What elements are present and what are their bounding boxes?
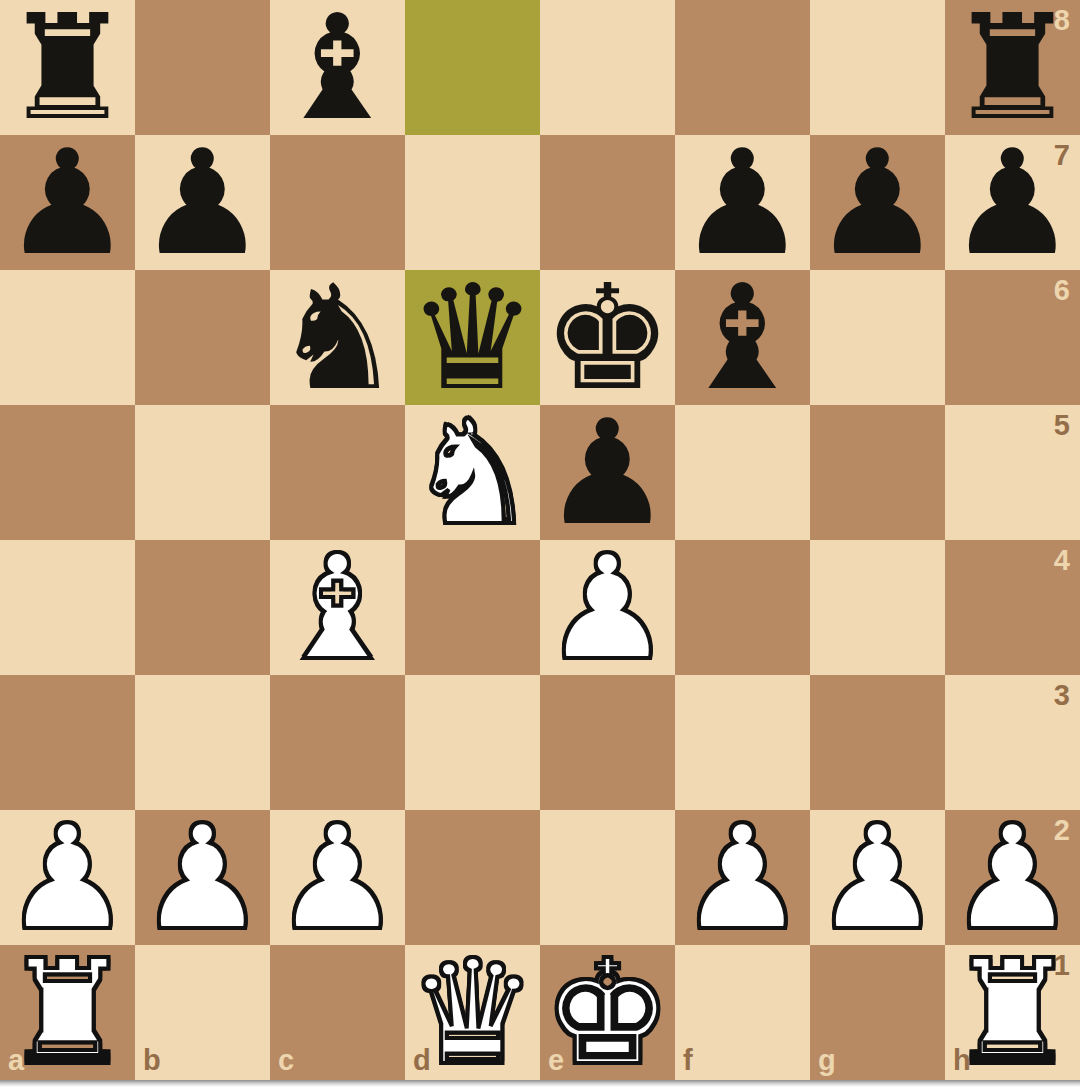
square-h4[interactable]: 4 (945, 540, 1080, 675)
square-e2[interactable] (540, 810, 675, 945)
square-g2[interactable]: ♟ (810, 810, 945, 945)
file-label-f: f (683, 1046, 693, 1075)
piece-white-bishop[interactable]: ♝ (273, 540, 403, 675)
square-h3[interactable]: 3 (945, 675, 1080, 810)
square-c7[interactable] (270, 135, 405, 270)
square-c3[interactable] (270, 675, 405, 810)
rank-label-5: 5 (1054, 411, 1070, 440)
square-f8[interactable] (675, 0, 810, 135)
piece-black-pawn[interactable]: ♟ (678, 135, 808, 270)
piece-black-knight[interactable]: ♞ (273, 270, 403, 405)
square-c6[interactable]: ♞ (270, 270, 405, 405)
square-g8[interactable] (810, 0, 945, 135)
piece-black-pawn[interactable]: ♟ (543, 405, 673, 540)
square-b8[interactable] (135, 0, 270, 135)
square-g4[interactable] (810, 540, 945, 675)
square-a1[interactable]: ♜a (0, 945, 135, 1080)
square-g1[interactable]: g (810, 945, 945, 1080)
square-c2[interactable]: ♟ (270, 810, 405, 945)
square-c1[interactable]: c (270, 945, 405, 1080)
square-f1[interactable]: f (675, 945, 810, 1080)
file-label-a: a (8, 1046, 24, 1075)
square-a3[interactable] (0, 675, 135, 810)
square-f4[interactable] (675, 540, 810, 675)
file-label-e: e (548, 1046, 564, 1075)
square-e8[interactable] (540, 0, 675, 135)
square-a6[interactable] (0, 270, 135, 405)
square-h6[interactable]: 6 (945, 270, 1080, 405)
piece-white-pawn[interactable]: ♟ (543, 540, 673, 675)
square-d4[interactable] (405, 540, 540, 675)
square-e3[interactable] (540, 675, 675, 810)
rank-label-6: 6 (1054, 276, 1070, 305)
piece-black-bishop[interactable]: ♝ (273, 0, 403, 135)
piece-black-pawn[interactable]: ♟ (3, 135, 133, 270)
rank-label-2: 2 (1054, 816, 1070, 845)
file-label-d: d (413, 1046, 431, 1075)
piece-white-pawn[interactable]: ♟ (678, 810, 808, 945)
square-d3[interactable] (405, 675, 540, 810)
square-a8[interactable]: ♜ (0, 0, 135, 135)
square-d7[interactable] (405, 135, 540, 270)
square-b7[interactable]: ♟ (135, 135, 270, 270)
piece-black-pawn[interactable]: ♟ (813, 135, 943, 270)
square-b6[interactable] (135, 270, 270, 405)
chess-board: ♜♝♜8♟♟♟♟♟7♞♛♚♝6♞♟5♝♟43♟♟♟♟♟♟2♜abc♛d♚efg♜… (0, 0, 1080, 1080)
square-b2[interactable]: ♟ (135, 810, 270, 945)
square-g3[interactable] (810, 675, 945, 810)
piece-black-bishop[interactable]: ♝ (678, 270, 808, 405)
rank-label-8: 8 (1054, 6, 1070, 35)
piece-black-king[interactable]: ♚ (543, 270, 673, 405)
square-c5[interactable] (270, 405, 405, 540)
file-label-g: g (818, 1046, 836, 1075)
square-f5[interactable] (675, 405, 810, 540)
board-bottom-shadow (0, 1080, 1080, 1087)
square-h8[interactable]: ♜8 (945, 0, 1080, 135)
piece-white-pawn[interactable]: ♟ (273, 810, 403, 945)
file-label-c: c (278, 1046, 294, 1075)
piece-white-pawn[interactable]: ♟ (3, 810, 133, 945)
square-a4[interactable] (0, 540, 135, 675)
file-label-b: b (143, 1046, 161, 1075)
square-e6[interactable]: ♚ (540, 270, 675, 405)
square-d5[interactable]: ♞ (405, 405, 540, 540)
rank-label-7: 7 (1054, 141, 1070, 170)
square-h7[interactable]: ♟7 (945, 135, 1080, 270)
piece-black-queen[interactable]: ♛ (408, 270, 538, 405)
square-a2[interactable]: ♟ (0, 810, 135, 945)
piece-black-rook[interactable]: ♜ (3, 0, 133, 135)
piece-black-pawn[interactable]: ♟ (138, 135, 268, 270)
rank-label-4: 4 (1054, 546, 1070, 575)
square-f7[interactable]: ♟ (675, 135, 810, 270)
square-f2[interactable]: ♟ (675, 810, 810, 945)
square-a7[interactable]: ♟ (0, 135, 135, 270)
file-label-h: h (953, 1046, 971, 1075)
square-e1[interactable]: ♚e (540, 945, 675, 1080)
square-h5[interactable]: 5 (945, 405, 1080, 540)
square-d1[interactable]: ♛d (405, 945, 540, 1080)
square-e5[interactable]: ♟ (540, 405, 675, 540)
rank-label-3: 3 (1054, 681, 1070, 710)
square-f6[interactable]: ♝ (675, 270, 810, 405)
square-d6[interactable]: ♛ (405, 270, 540, 405)
square-e4[interactable]: ♟ (540, 540, 675, 675)
square-b4[interactable] (135, 540, 270, 675)
piece-white-pawn[interactable]: ♟ (813, 810, 943, 945)
square-b1[interactable]: b (135, 945, 270, 1080)
square-b5[interactable] (135, 405, 270, 540)
square-d2[interactable] (405, 810, 540, 945)
square-b3[interactable] (135, 675, 270, 810)
piece-white-pawn[interactable]: ♟ (138, 810, 268, 945)
piece-white-knight[interactable]: ♞ (408, 405, 538, 540)
square-c4[interactable]: ♝ (270, 540, 405, 675)
square-h2[interactable]: ♟2 (945, 810, 1080, 945)
square-g7[interactable]: ♟ (810, 135, 945, 270)
square-g6[interactable] (810, 270, 945, 405)
square-e7[interactable] (540, 135, 675, 270)
square-g5[interactable] (810, 405, 945, 540)
rank-label-1: 1 (1054, 951, 1070, 980)
square-a5[interactable] (0, 405, 135, 540)
square-d8[interactable] (405, 0, 540, 135)
square-h1[interactable]: ♜h1 (945, 945, 1080, 1080)
square-f3[interactable] (675, 675, 810, 810)
square-c8[interactable]: ♝ (270, 0, 405, 135)
